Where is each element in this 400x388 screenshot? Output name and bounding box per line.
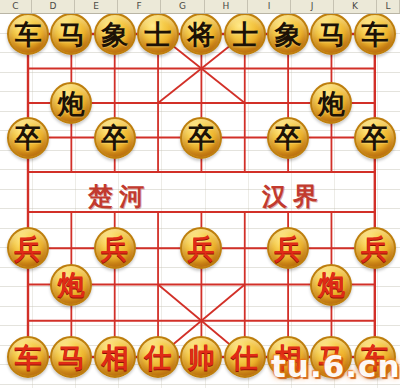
piece-red-soldier[interactable]: 兵 bbox=[94, 227, 136, 269]
piece-red-cannon[interactable]: 炮 bbox=[310, 264, 352, 306]
piece-black-advisor[interactable]: 士 bbox=[224, 13, 266, 55]
piece-red-advisor[interactable]: 仕 bbox=[224, 336, 266, 378]
piece-black-elephant[interactable]: 象 bbox=[94, 13, 136, 55]
piece-red-horse[interactable]: 马 bbox=[50, 336, 92, 378]
piece-black-soldier[interactable]: 卒 bbox=[354, 117, 396, 159]
spreadsheet-column-headers: CDEFGHIJKL bbox=[0, 0, 400, 14]
column-header-j[interactable]: J bbox=[291, 0, 334, 13]
piece-black-advisor[interactable]: 士 bbox=[137, 13, 179, 55]
piece-black-cannon[interactable]: 炮 bbox=[50, 82, 92, 124]
piece-black-cannon[interactable]: 炮 bbox=[310, 82, 352, 124]
column-header-k[interactable]: K bbox=[334, 0, 377, 13]
piece-red-chariot[interactable]: 车 bbox=[7, 336, 49, 378]
piece-red-soldier[interactable]: 兵 bbox=[180, 227, 222, 269]
piece-red-soldier[interactable]: 兵 bbox=[267, 227, 309, 269]
spreadsheet-canvas: CDEFGHIJKL 楚河 汉界 车马象士将士象马车炮炮卒卒卒卒卒兵兵兵兵兵炮炮… bbox=[0, 0, 400, 388]
piece-black-horse[interactable]: 马 bbox=[310, 13, 352, 55]
watermark: tu.6.cn bbox=[271, 348, 400, 384]
column-header-e[interactable]: E bbox=[75, 0, 118, 13]
piece-red-general[interactable]: 帅 bbox=[180, 336, 222, 378]
column-header-c[interactable]: C bbox=[0, 0, 32, 13]
piece-red-soldier[interactable]: 兵 bbox=[354, 227, 396, 269]
piece-black-soldier[interactable]: 卒 bbox=[267, 117, 309, 159]
column-header-d[interactable]: D bbox=[32, 0, 75, 13]
piece-black-chariot[interactable]: 车 bbox=[354, 13, 396, 55]
piece-red-cannon[interactable]: 炮 bbox=[50, 264, 92, 306]
column-header-h[interactable]: H bbox=[205, 0, 248, 13]
piece-red-elephant[interactable]: 相 bbox=[94, 336, 136, 378]
column-header-f[interactable]: F bbox=[118, 0, 161, 13]
column-header-l[interactable]: L bbox=[377, 0, 400, 13]
piece-red-soldier[interactable]: 兵 bbox=[7, 227, 49, 269]
column-header-i[interactable]: I bbox=[248, 0, 291, 13]
piece-black-soldier[interactable]: 卒 bbox=[180, 117, 222, 159]
piece-black-horse[interactable]: 马 bbox=[50, 13, 92, 55]
piece-black-soldier[interactable]: 卒 bbox=[7, 117, 49, 159]
column-header-g[interactable]: G bbox=[161, 0, 205, 13]
pieces-layer: 车马象士将士象马车炮炮卒卒卒卒卒兵兵兵兵兵炮炮车马相仕帅仕相马车 bbox=[6, 13, 396, 376]
piece-black-elephant[interactable]: 象 bbox=[267, 13, 309, 55]
piece-red-advisor[interactable]: 仕 bbox=[137, 336, 179, 378]
piece-black-general[interactable]: 将 bbox=[180, 13, 222, 55]
piece-black-chariot[interactable]: 车 bbox=[7, 13, 49, 55]
piece-black-soldier[interactable]: 卒 bbox=[94, 117, 136, 159]
